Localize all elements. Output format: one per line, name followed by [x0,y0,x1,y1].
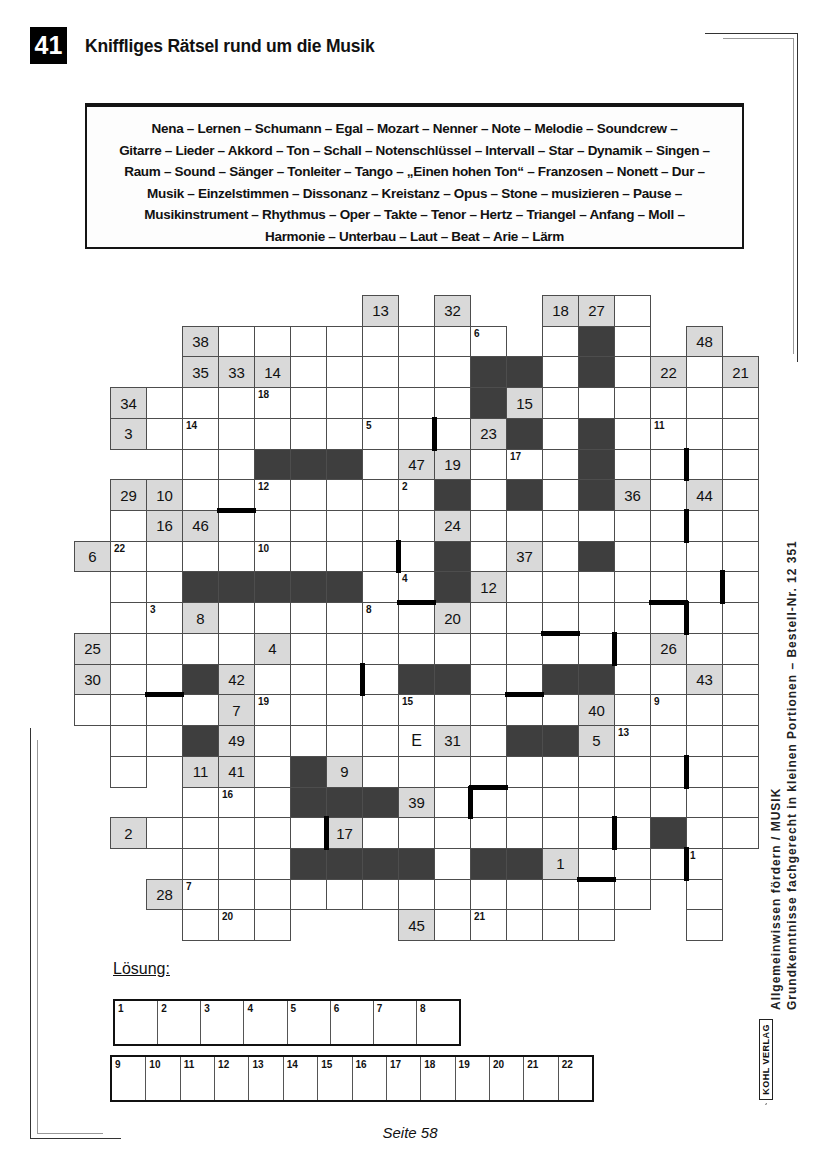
grid-cell[interactable]: 48 [686,326,723,358]
grid-cell[interactable] [326,418,363,450]
grid-cell[interactable]: 15 [506,387,543,419]
grid-cell[interactable] [686,449,723,481]
grid-cell[interactable] [254,725,291,757]
grid-cell[interactable] [362,571,399,603]
solution-cell[interactable]: 4 [244,1001,287,1044]
grid-cell[interactable] [290,326,327,358]
solution-cell[interactable]: 14 [284,1057,318,1100]
grid-cell[interactable] [470,879,507,911]
grid-cell[interactable] [614,664,651,696]
grid-cell[interactable] [362,356,399,388]
grid-cell[interactable] [146,725,183,757]
grid-cell[interactable] [542,787,579,819]
solution-cell[interactable]: 20 [490,1057,524,1100]
grid-cell[interactable]: 5 [578,725,615,757]
grid-cell[interactable] [290,541,327,573]
grid-cell[interactable] [614,694,651,726]
grid-cell[interactable] [218,541,255,573]
grid-cell[interactable] [362,817,399,849]
grid-cell[interactable] [506,756,543,788]
grid-cell[interactable] [686,602,723,634]
grid-cell[interactable]: 23 [470,418,507,450]
grid-cell[interactable] [650,387,687,419]
grid-cell[interactable] [650,725,687,757]
grid-cell[interactable]: 22 [650,356,687,388]
grid-cell[interactable] [218,817,255,849]
grid-cell[interactable]: 13 [362,295,399,327]
grid-cell[interactable]: 39 [398,787,435,819]
grid-cell[interactable] [434,909,471,941]
grid-cell[interactable] [722,602,759,634]
grid-cell[interactable] [578,817,615,849]
grid-cell[interactable] [362,633,399,665]
grid-cell[interactable] [542,510,579,542]
grid-cell[interactable]: 1 [686,848,723,880]
grid-cell[interactable] [290,879,327,911]
grid-cell[interactable] [254,817,291,849]
grid-cell[interactable] [650,664,687,696]
grid-cell[interactable]: 36 [614,479,651,511]
grid-cell[interactable] [218,633,255,665]
grid-cell[interactable]: 6 [470,326,507,358]
grid-cell[interactable] [722,387,759,419]
grid-cell[interactable] [254,756,291,788]
grid-cell[interactable] [470,694,507,726]
solution-cell[interactable]: 13 [249,1057,283,1100]
grid-cell[interactable] [722,571,759,603]
grid-cell[interactable] [722,756,759,788]
grid-cell[interactable] [650,787,687,819]
solution-cell[interactable]: 9 [112,1057,146,1100]
grid-cell[interactable] [326,510,363,542]
grid-cell[interactable]: 8 [362,602,399,634]
grid-cell[interactable] [254,879,291,911]
grid-cell[interactable] [650,571,687,603]
grid-cell[interactable] [398,756,435,788]
grid-cell[interactable] [542,387,579,419]
grid-cell[interactable] [434,848,471,880]
grid-cell[interactable] [578,787,615,819]
grid-cell[interactable]: 10 [146,479,183,511]
grid-cell[interactable] [182,787,219,819]
grid-cell[interactable] [326,479,363,511]
grid-cell[interactable] [146,418,183,450]
grid-cell[interactable]: 7 [182,879,219,911]
grid-cell[interactable]: 8 [182,602,219,634]
grid-cell[interactable] [290,479,327,511]
grid-cell[interactable] [614,633,651,665]
grid-cell[interactable] [722,541,759,573]
solution-cell[interactable]: 22 [559,1057,592,1100]
grid-cell[interactable] [650,479,687,511]
grid-cell[interactable] [614,571,651,603]
grid-cell[interactable] [218,602,255,634]
grid-cell[interactable] [614,295,651,327]
grid-cell[interactable] [542,879,579,911]
grid-cell[interactable]: 35 [182,356,219,388]
grid-cell[interactable] [686,817,723,849]
grid-cell[interactable] [290,633,327,665]
grid-cell[interactable] [506,602,543,634]
grid-cell[interactable]: 32 [434,295,471,327]
grid-cell[interactable] [290,664,327,696]
grid-cell[interactable] [146,664,183,696]
grid-cell[interactable] [542,449,579,481]
solution-cell[interactable]: 15 [318,1057,352,1100]
grid-cell[interactable] [362,694,399,726]
grid-cell[interactable] [578,879,615,911]
grid-cell[interactable] [218,479,255,511]
grid-cell[interactable] [146,541,183,573]
grid-cell[interactable] [434,633,471,665]
grid-cell[interactable]: 38 [182,326,219,358]
grid-cell[interactable] [542,479,579,511]
grid-cell[interactable] [182,848,219,880]
grid-cell[interactable] [398,356,435,388]
grid-cell[interactable]: 18 [254,387,291,419]
grid-cell[interactable] [470,449,507,481]
grid-cell[interactable] [470,664,507,696]
grid-cell[interactable] [542,694,579,726]
grid-cell[interactable] [650,848,687,880]
grid-cell[interactable] [398,602,435,634]
grid-cell[interactable] [290,817,327,849]
grid-cell[interactable]: 18 [542,295,579,327]
solution-cell[interactable]: 18 [421,1057,455,1100]
grid-cell[interactable]: 19 [254,694,291,726]
grid-cell[interactable]: 3 [110,418,147,450]
grid-cell[interactable] [434,756,471,788]
grid-cell[interactable] [110,571,147,603]
grid-cell[interactable] [506,664,543,696]
grid-cell[interactable] [434,326,471,358]
grid-cell[interactable] [74,694,111,726]
grid-cell[interactable] [326,326,363,358]
grid-cell[interactable] [398,387,435,419]
grid-cell[interactable] [614,787,651,819]
grid-cell[interactable]: 27 [578,295,615,327]
grid-cell[interactable] [686,879,723,911]
grid-cell[interactable] [362,479,399,511]
grid-cell[interactable] [722,694,759,726]
grid-cell[interactable] [290,356,327,388]
grid-cell[interactable] [434,387,471,419]
grid-cell[interactable] [506,817,543,849]
grid-cell[interactable] [722,418,759,450]
grid-cell[interactable] [110,664,147,696]
grid-cell[interactable] [290,510,327,542]
grid-cell[interactable] [614,817,651,849]
grid-cell[interactable] [254,787,291,819]
grid-cell[interactable] [434,356,471,388]
grid-cell[interactable] [722,664,759,696]
grid-cell[interactable] [722,479,759,511]
solution-cell[interactable]: 16 [353,1057,387,1100]
grid-cell[interactable] [182,633,219,665]
grid-cell[interactable]: 20 [218,909,255,941]
solution-cell[interactable]: 19 [456,1057,490,1100]
grid-cell[interactable]: 16 [146,510,183,542]
grid-cell[interactable] [398,418,435,450]
grid-cell[interactable] [578,602,615,634]
solution-cell[interactable]: 5 [288,1001,331,1044]
grid-cell[interactable] [290,602,327,634]
solution-cell[interactable]: 21 [524,1057,558,1100]
grid-cell[interactable] [110,510,147,542]
grid-cell[interactable]: 34 [110,387,147,419]
grid-cell[interactable]: 5 [362,418,399,450]
grid-cell[interactable] [542,326,579,358]
solution-cell[interactable]: 1 [115,1001,158,1044]
grid-cell[interactable] [326,879,363,911]
grid-cell[interactable] [218,879,255,911]
solution-cell[interactable]: 7 [374,1001,417,1044]
grid-cell[interactable]: 13 [614,725,651,757]
grid-cell[interactable]: 22 [110,541,147,573]
grid-cell[interactable] [506,694,543,726]
grid-cell[interactable]: 21 [470,909,507,941]
grid-cell[interactable]: 21 [722,356,759,388]
grid-cell[interactable] [542,817,579,849]
grid-cell[interactable] [290,725,327,757]
grid-cell[interactable]: 14 [254,356,291,388]
grid-cell[interactable]: 45 [398,909,435,941]
grid-cell[interactable]: 37 [506,541,543,573]
grid-cell[interactable]: 2 [398,479,435,511]
grid-cell[interactable] [542,909,579,941]
grid-cell[interactable]: 42 [218,664,255,696]
grid-cell[interactable] [722,725,759,757]
grid-cell[interactable] [614,541,651,573]
grid-cell[interactable]: 4 [254,633,291,665]
grid-cell[interactable] [398,879,435,911]
grid-cell[interactable]: 17 [326,817,363,849]
grid-cell[interactable] [218,510,255,542]
grid-cell[interactable] [578,848,615,880]
grid-cell[interactable] [686,510,723,542]
grid-cell[interactable] [542,756,579,788]
grid-cell[interactable] [434,817,471,849]
grid-cell[interactable] [650,510,687,542]
grid-cell[interactable] [254,664,291,696]
grid-cell[interactable] [614,356,651,388]
grid-cell[interactable] [686,909,723,941]
grid-cell[interactable] [182,817,219,849]
grid-cell[interactable]: 12 [470,571,507,603]
grid-cell[interactable] [542,356,579,388]
grid-cell[interactable] [578,756,615,788]
grid-cell[interactable] [506,787,543,819]
grid-cell[interactable] [506,633,543,665]
grid-cell[interactable] [182,909,219,941]
grid-cell[interactable]: 47 [398,449,435,481]
grid-cell[interactable] [506,571,543,603]
grid-cell[interactable] [254,510,291,542]
grid-cell[interactable]: 46 [182,510,219,542]
grid-cell[interactable] [650,756,687,788]
grid-cell[interactable] [578,633,615,665]
grid-cell[interactable] [614,756,651,788]
grid-cell[interactable] [146,817,183,849]
grid-cell[interactable] [470,756,507,788]
solution-cell[interactable]: 12 [215,1057,249,1100]
grid-cell[interactable]: 19 [434,449,471,481]
grid-cell[interactable]: 49 [218,725,255,757]
grid-cell[interactable] [362,387,399,419]
grid-cell[interactable] [434,418,471,450]
grid-cell[interactable] [686,756,723,788]
grid-cell[interactable] [434,787,471,819]
grid-cell[interactable]: 1 [542,848,579,880]
grid-cell[interactable]: 30 [74,664,111,696]
grid-cell[interactable] [362,326,399,358]
solution-cell[interactable]: 17 [387,1057,421,1100]
grid-cell[interactable] [614,510,651,542]
grid-cell[interactable] [218,449,255,481]
grid-cell[interactable] [470,541,507,573]
grid-cell[interactable] [650,602,687,634]
grid-cell[interactable] [506,510,543,542]
grid-cell[interactable] [146,694,183,726]
grid-cell[interactable] [146,387,183,419]
grid-cell[interactable]: 11 [650,418,687,450]
grid-cell[interactable] [542,571,579,603]
grid-cell[interactable]: 17 [506,449,543,481]
grid-cell[interactable] [362,449,399,481]
grid-cell[interactable] [470,787,507,819]
grid-cell[interactable] [398,633,435,665]
grid-cell[interactable] [434,694,471,726]
grid-cell[interactable] [722,817,759,849]
grid-cell[interactable]: 11 [182,756,219,788]
grid-cell[interactable] [218,418,255,450]
grid-cell[interactable] [722,510,759,542]
grid-cell[interactable] [326,387,363,419]
grid-cell[interactable] [326,541,363,573]
grid-cell[interactable] [614,848,651,880]
grid-cell[interactable] [146,571,183,603]
grid-cell[interactable] [722,787,759,819]
solution-cell[interactable]: 8 [417,1001,459,1044]
grid-cell[interactable] [686,694,723,726]
grid-cell[interactable] [362,664,399,696]
grid-cell[interactable] [290,418,327,450]
grid-cell[interactable]: 26 [650,633,687,665]
grid-cell[interactable] [722,449,759,481]
grid-cell[interactable] [686,356,723,388]
grid-cell[interactable]: 4 [398,571,435,603]
grid-cell[interactable]: 7 [218,694,255,726]
grid-cell[interactable] [470,602,507,634]
grid-cell[interactable] [362,725,399,757]
grid-cell[interactable] [182,694,219,726]
grid-cell[interactable] [254,848,291,880]
grid-cell[interactable] [470,510,507,542]
grid-cell[interactable] [326,694,363,726]
grid-cell[interactable] [254,602,291,634]
grid-cell[interactable] [362,756,399,788]
grid-cell[interactable]: 9 [650,694,687,726]
grid-cell[interactable] [686,541,723,573]
grid-cell[interactable]: 10 [254,541,291,573]
grid-cell[interactable]: 9 [326,756,363,788]
grid-cell[interactable]: 24 [434,510,471,542]
grid-cell[interactable] [614,602,651,634]
grid-cell[interactable]: 28 [146,879,183,911]
grid-cell[interactable]: E [398,725,435,757]
grid-cell[interactable]: 16 [218,787,255,819]
grid-cell[interactable]: 20 [434,602,471,634]
grid-cell[interactable] [110,694,147,726]
solution-cell[interactable]: 6 [331,1001,374,1044]
grid-cell[interactable] [182,387,219,419]
grid-cell[interactable]: 29 [110,479,147,511]
grid-cell[interactable]: 40 [578,694,615,726]
grid-cell[interactable]: 33 [218,356,255,388]
grid-cell[interactable] [254,909,291,941]
grid-cell[interactable] [110,756,147,788]
grid-cell[interactable] [614,449,651,481]
grid-cell[interactable] [110,725,147,757]
grid-cell[interactable] [614,418,651,450]
solution-cell[interactable]: 3 [201,1001,244,1044]
grid-cell[interactable]: 14 [182,418,219,450]
solution-cell[interactable]: 11 [181,1057,215,1100]
grid-cell[interactable] [362,879,399,911]
grid-cell[interactable] [686,633,723,665]
grid-cell[interactable] [506,879,543,911]
grid-cell[interactable] [686,387,723,419]
grid-cell[interactable] [146,633,183,665]
grid-cell[interactable] [362,510,399,542]
grid-cell[interactable] [470,817,507,849]
grid-cell[interactable] [542,602,579,634]
grid-cell[interactable]: 2 [110,817,147,849]
grid-cell[interactable]: 15 [398,694,435,726]
grid-cell[interactable] [254,418,291,450]
grid-cell[interactable] [614,326,651,358]
grid-cell[interactable]: 3 [146,602,183,634]
grid-cell[interactable] [326,725,363,757]
grid-cell[interactable] [470,725,507,757]
grid-cell[interactable] [326,602,363,634]
grid-cell[interactable] [578,571,615,603]
solution-cell[interactable]: 10 [146,1057,180,1100]
grid-cell[interactable] [578,909,615,941]
grid-cell[interactable]: 41 [218,756,255,788]
grid-cell[interactable] [578,510,615,542]
grid-cell[interactable]: 31 [434,725,471,757]
grid-cell[interactable]: 44 [686,479,723,511]
grid-cell[interactable]: 6 [74,541,111,573]
grid-cell[interactable] [686,725,723,757]
grid-cell[interactable] [182,541,219,573]
grid-cell[interactable]: 12 [254,479,291,511]
grid-cell[interactable] [290,387,327,419]
grid-cell[interactable] [542,418,579,450]
grid-cell[interactable] [218,848,255,880]
solution-cell[interactable]: 2 [158,1001,201,1044]
grid-cell[interactable] [686,571,723,603]
grid-cell[interactable] [326,356,363,388]
grid-cell[interactable] [614,879,651,911]
grid-cell[interactable] [578,387,615,419]
grid-cell[interactable] [398,510,435,542]
grid-cell[interactable] [398,817,435,849]
grid-cell[interactable]: 25 [74,633,111,665]
grid-cell[interactable] [398,541,435,573]
grid-cell[interactable] [650,449,687,481]
